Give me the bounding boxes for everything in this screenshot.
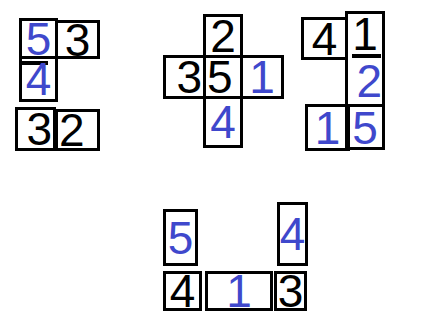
net4-cell-r2c1: 4 <box>163 271 202 311</box>
net4-cell-r2c4: 3 <box>274 271 307 311</box>
net3-cell-r1c1: 4 <box>301 17 348 60</box>
cell-value: 2 <box>356 58 382 104</box>
net4-cell-r1c1: 5 <box>163 209 198 266</box>
cell-value: 4 <box>26 56 52 102</box>
cell-value: 1 <box>226 268 252 314</box>
net1-cell-r3c2: 2 <box>55 109 100 151</box>
net3-cell-r2c2: 2 <box>348 59 383 103</box>
cell-value: 4 <box>210 99 236 145</box>
net1-cell-r1c2: 3 <box>55 20 100 59</box>
cell-value: 4 <box>170 268 196 314</box>
net3-cell-r3c2: 5 <box>348 108 382 147</box>
net3-cell-r1c2: 1 <box>348 14 382 54</box>
cell-value: 2 <box>59 107 85 153</box>
puzzle-canvas: 5 3 4 3 2 2 3 5 1 4 4 1 2 5 <box>0 0 421 329</box>
cell-value: 4 <box>280 211 306 257</box>
net1-cell-r3c1: 3 <box>15 107 56 151</box>
cell-value: 5 <box>168 215 194 261</box>
cell-value: 1 <box>249 54 275 100</box>
cell-value: 3 <box>278 268 304 314</box>
net4-cell-r2c2-wide: 1 <box>205 271 273 311</box>
net4-cell-r1c4: 4 <box>277 202 308 266</box>
cell-value: 1 <box>352 11 378 57</box>
net3-cell-r3c1: 1 <box>305 104 350 151</box>
cell-value: 4 <box>312 16 338 62</box>
net2-cell-bottom: 4 <box>203 96 243 148</box>
net2-cell-right: 1 <box>240 55 284 99</box>
net1-cell-r2c1: 4 <box>19 56 58 102</box>
cell-value: 3 <box>176 54 202 100</box>
cell-value: 5 <box>207 54 233 100</box>
cell-value: 3 <box>26 106 52 152</box>
net3-column: 1 2 5 <box>345 11 385 150</box>
net2-cell-center: 5 <box>203 55 243 99</box>
net2-cell-left: 3 <box>163 55 206 99</box>
cell-value: 1 <box>315 105 341 151</box>
cell-value: 5 <box>352 105 378 151</box>
cell-value: 3 <box>65 17 91 63</box>
